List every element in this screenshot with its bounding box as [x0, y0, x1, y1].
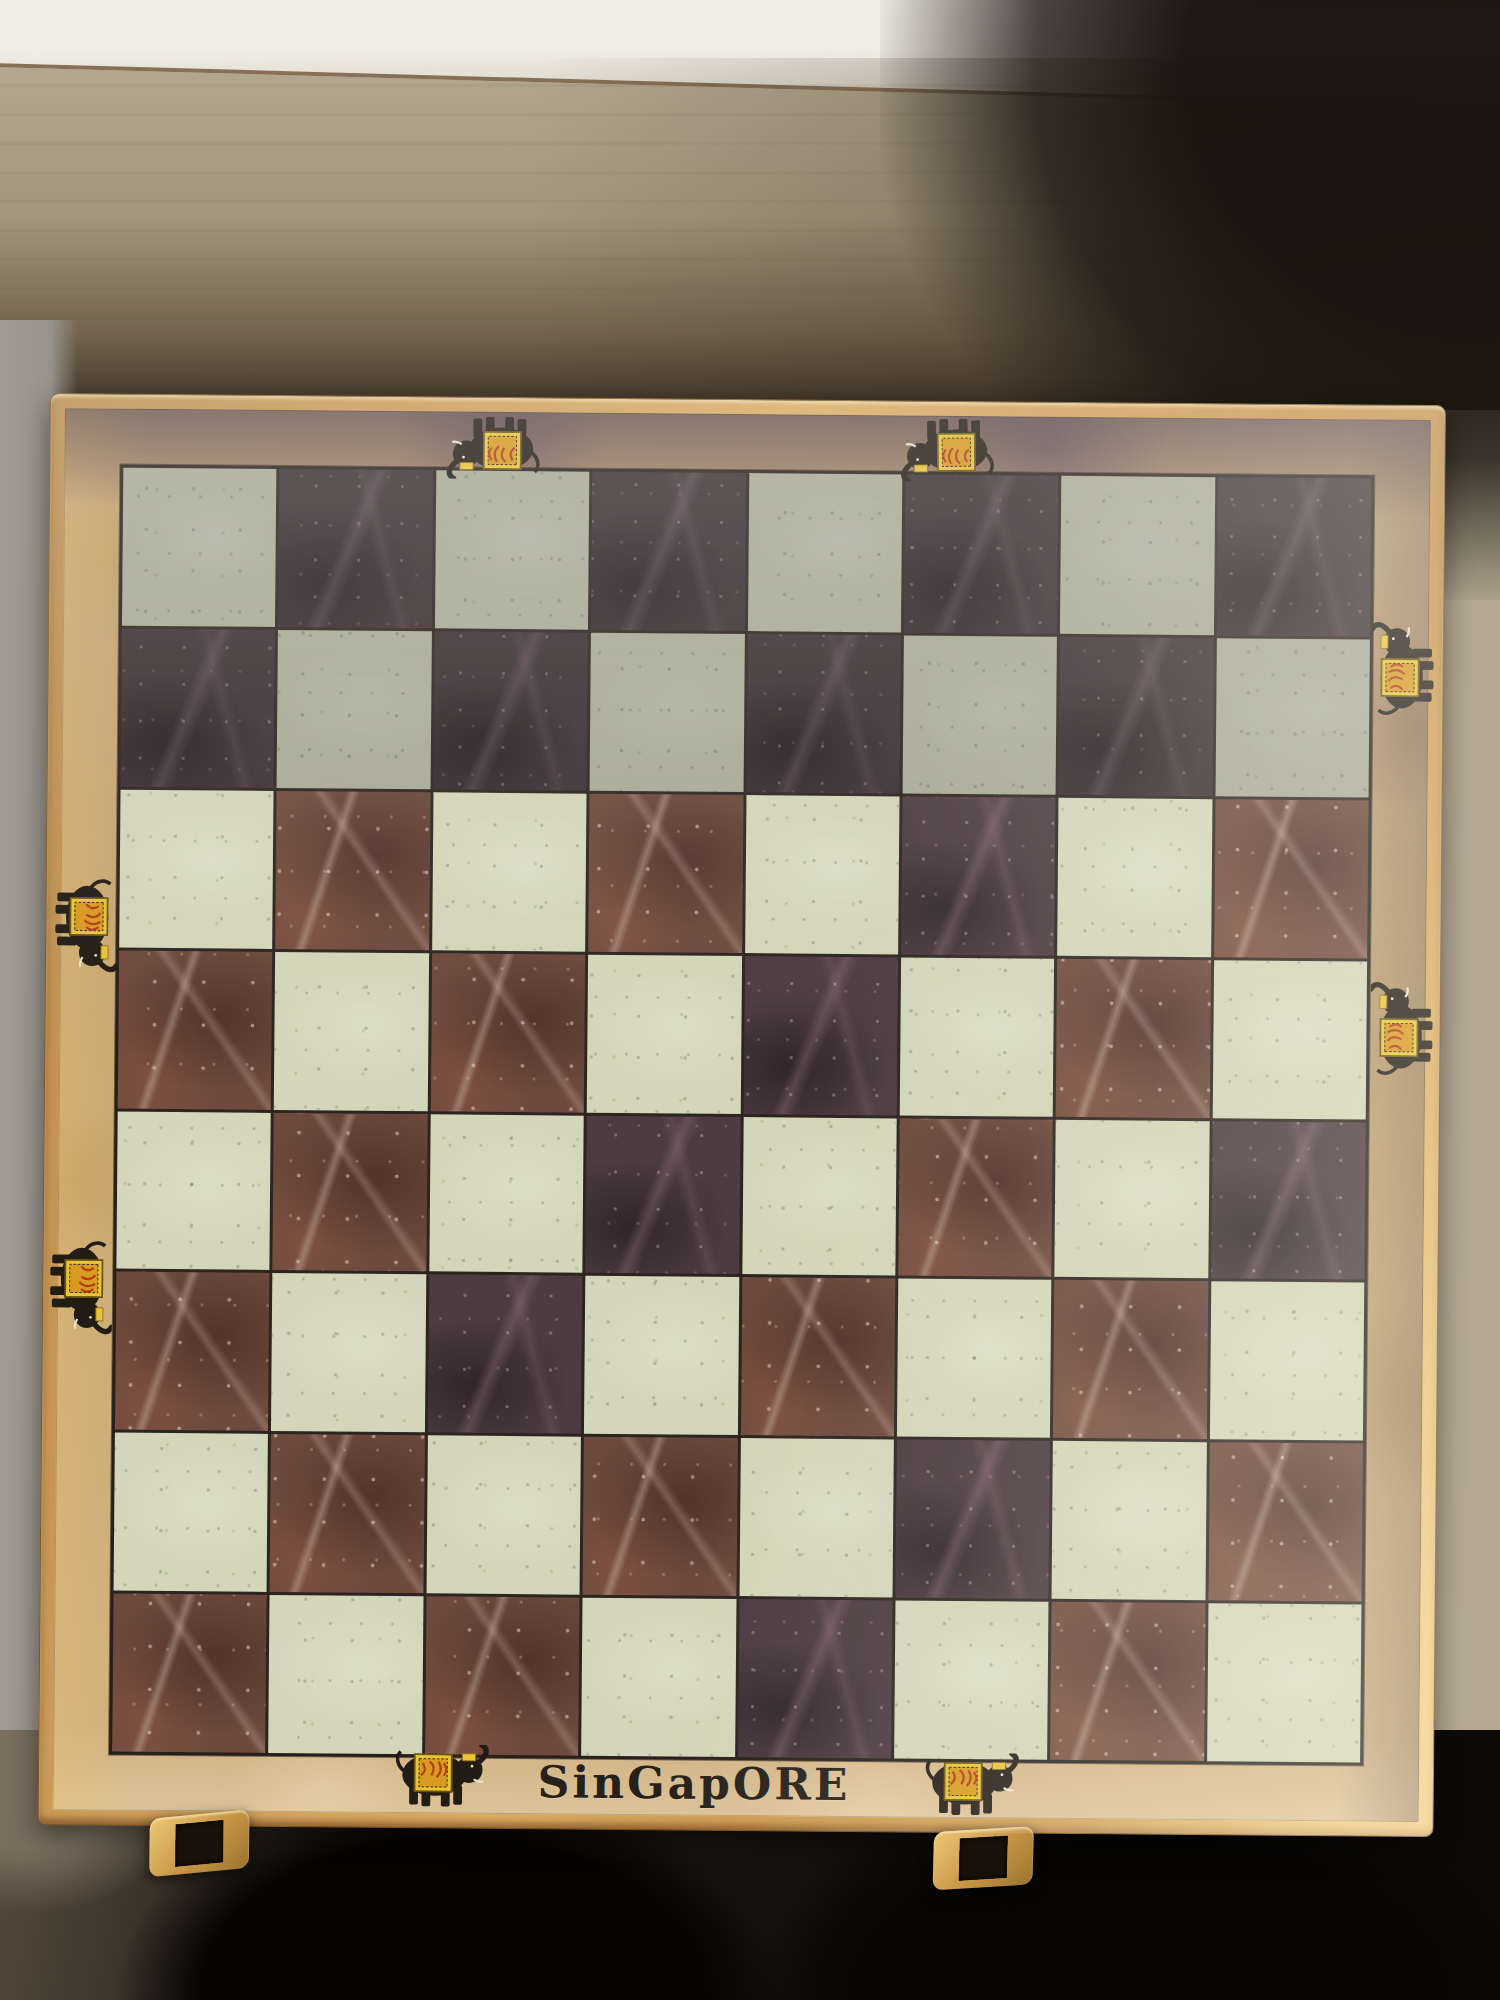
square-b2 — [270, 1434, 425, 1593]
square-a3 — [115, 1272, 270, 1431]
square-b1 — [269, 1595, 424, 1754]
square-g4 — [1055, 1119, 1210, 1278]
box-clasp-left — [149, 1809, 249, 1877]
square-d6 — [588, 793, 743, 952]
square-c4 — [429, 1114, 584, 1273]
square-a4 — [116, 1111, 271, 1270]
square-e6 — [745, 795, 900, 954]
square-f6 — [901, 796, 1056, 955]
clasp-hole — [175, 1820, 223, 1867]
square-f8 — [904, 474, 1059, 633]
square-d4 — [585, 1115, 740, 1274]
square-g6 — [1057, 798, 1212, 957]
singapore-label: SinGapORE — [537, 1756, 850, 1810]
box-clasp-right — [933, 1826, 1034, 1890]
elephant-ornament-bottom-right — [920, 1753, 1025, 1818]
chess-board: SinGapORE — [38, 393, 1446, 1837]
square-a5 — [118, 950, 273, 1109]
square-g8 — [1060, 476, 1215, 635]
square-h1 — [1207, 1603, 1362, 1762]
square-h7 — [1215, 638, 1370, 797]
square-e5 — [743, 956, 898, 1115]
square-f4 — [898, 1118, 1053, 1277]
square-g3 — [1053, 1280, 1208, 1439]
square-d7 — [590, 633, 745, 792]
square-d8 — [591, 472, 746, 631]
square-f7 — [902, 635, 1057, 794]
square-e8 — [747, 473, 902, 632]
square-h6 — [1214, 799, 1369, 958]
square-g1 — [1050, 1602, 1205, 1761]
elephant-ornament-bottom-left — [390, 1744, 495, 1809]
square-e3 — [740, 1277, 895, 1436]
square-c2 — [426, 1436, 581, 1595]
square-h5 — [1212, 960, 1367, 1119]
square-c7 — [433, 631, 588, 790]
square-d3 — [584, 1276, 739, 1435]
square-h8 — [1217, 477, 1372, 636]
square-a1 — [112, 1594, 267, 1753]
square-c3 — [428, 1275, 583, 1434]
square-a8 — [122, 468, 277, 627]
square-e1 — [738, 1599, 893, 1758]
clasp-hole — [959, 1836, 1008, 1881]
square-b6 — [276, 791, 431, 950]
square-f1 — [894, 1601, 1049, 1760]
elephant-ornament-top-left — [441, 414, 546, 479]
square-d1 — [581, 1598, 736, 1757]
elephant-ornament-left-lower — [48, 1235, 113, 1340]
square-b8 — [278, 469, 433, 628]
square-c5 — [431, 953, 586, 1112]
elephant-ornament-left-upper — [53, 873, 118, 978]
elephant-ornament-right-upper — [1371, 617, 1436, 722]
square-g5 — [1056, 958, 1211, 1117]
square-f5 — [900, 957, 1055, 1116]
square-c1 — [425, 1596, 580, 1755]
square-b5 — [274, 952, 429, 1111]
square-d5 — [587, 954, 742, 1113]
square-b7 — [277, 630, 432, 789]
square-a2 — [114, 1433, 269, 1592]
square-e7 — [746, 634, 901, 793]
square-b3 — [271, 1273, 426, 1432]
square-e2 — [739, 1438, 894, 1597]
square-h2 — [1208, 1442, 1363, 1601]
square-b4 — [273, 1112, 428, 1271]
square-h3 — [1210, 1282, 1365, 1441]
square-e4 — [742, 1117, 897, 1276]
elephant-ornament-top-right — [895, 416, 1000, 481]
square-c6 — [432, 792, 587, 951]
square-a7 — [121, 629, 276, 788]
square-c8 — [435, 470, 590, 629]
elephant-ornament-right-lower — [1370, 977, 1435, 1082]
chessboard-grid — [109, 465, 1374, 1766]
square-f2 — [895, 1440, 1050, 1599]
square-g2 — [1052, 1441, 1207, 1600]
square-g7 — [1059, 637, 1214, 796]
square-h4 — [1211, 1121, 1366, 1280]
square-f3 — [897, 1279, 1052, 1438]
square-d2 — [583, 1437, 738, 1596]
square-a6 — [119, 789, 274, 948]
